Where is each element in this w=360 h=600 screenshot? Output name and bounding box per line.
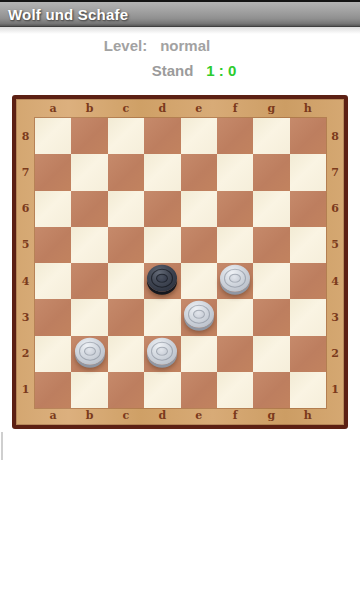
app-title: Wolf und Schafe (8, 6, 128, 23)
square-c5[interactable] (108, 227, 144, 263)
square-b1[interactable] (71, 372, 107, 408)
scroll-artifact (1, 432, 3, 460)
ranks-right: 87654321 (326, 118, 344, 408)
square-c8[interactable] (108, 118, 144, 154)
rank-label-1-left: 1 (16, 372, 35, 408)
square-f1[interactable] (217, 372, 253, 408)
file-label-d-bottom: d (144, 408, 180, 425)
score-value: 1 : 0 (206, 62, 236, 79)
level-label: Level: (104, 37, 147, 54)
piece-black-wolf-d4[interactable] (147, 265, 177, 292)
titlebar-shadow (0, 27, 360, 34)
square-e4[interactable] (181, 263, 217, 299)
square-d1[interactable] (144, 372, 180, 408)
square-h5[interactable] (290, 227, 326, 263)
square-f5[interactable] (217, 227, 253, 263)
square-d7[interactable] (144, 154, 180, 190)
square-h8[interactable] (290, 118, 326, 154)
file-label-a-top: a (35, 99, 71, 118)
rank-label-4-right: 4 (326, 263, 344, 299)
square-c7[interactable] (108, 154, 144, 190)
square-c6[interactable] (108, 191, 144, 227)
file-label-g-bottom: g (253, 408, 289, 425)
rank-label-7-left: 7 (16, 154, 35, 190)
square-e7[interactable] (181, 154, 217, 190)
rank-label-2-left: 2 (16, 336, 35, 372)
rank-label-7-right: 7 (326, 154, 344, 190)
square-a5[interactable] (35, 227, 71, 263)
rank-label-3-left: 3 (16, 299, 35, 335)
rank-label-8-left: 8 (16, 118, 35, 154)
file-label-f-top: f (217, 99, 253, 118)
files-top: abcdefgh (16, 99, 344, 118)
rank-label-6-left: 6 (16, 191, 35, 227)
square-h6[interactable] (290, 191, 326, 227)
square-d8[interactable] (144, 118, 180, 154)
square-a4[interactable] (35, 263, 71, 299)
file-label-f-bottom: f (217, 408, 253, 425)
square-f3[interactable] (217, 299, 253, 335)
square-f2[interactable] (217, 336, 253, 372)
level-value: normal (160, 37, 210, 54)
square-b8[interactable] (71, 118, 107, 154)
square-f7[interactable] (217, 154, 253, 190)
ranks-left: 87654321 (16, 118, 35, 408)
square-g8[interactable] (253, 118, 289, 154)
square-d3[interactable] (144, 299, 180, 335)
checkers-board: abcdefgh 87654321 87654321 abcdefgh (12, 95, 348, 429)
file-label-h-bottom: h (290, 408, 326, 425)
piece-white-sheep-b2[interactable] (75, 337, 105, 364)
file-label-b-bottom: b (71, 408, 107, 425)
file-label-b-top: b (71, 99, 107, 118)
square-h4[interactable] (290, 263, 326, 299)
square-g1[interactable] (253, 372, 289, 408)
square-a1[interactable] (35, 372, 71, 408)
file-label-c-top: c (108, 99, 144, 118)
square-e8[interactable] (181, 118, 217, 154)
file-label-g-top: g (253, 99, 289, 118)
file-label-e-top: e (181, 99, 217, 118)
rank-label-2-right: 2 (326, 336, 344, 372)
square-b4[interactable] (71, 263, 107, 299)
file-label-e-bottom: e (181, 408, 217, 425)
files-bottom: abcdefgh (16, 408, 344, 425)
square-h1[interactable] (290, 372, 326, 408)
square-g2[interactable] (253, 336, 289, 372)
rank-label-5-left: 5 (16, 227, 35, 263)
rank-label-6-right: 6 (326, 191, 344, 227)
square-e6[interactable] (181, 191, 217, 227)
rank-label-4-left: 4 (16, 263, 35, 299)
square-e5[interactable] (181, 227, 217, 263)
square-c3[interactable] (108, 299, 144, 335)
file-label-h-top: h (290, 99, 326, 118)
rank-label-8-right: 8 (326, 118, 344, 154)
square-a7[interactable] (35, 154, 71, 190)
piece-white-sheep-f4[interactable] (220, 265, 250, 292)
square-h2[interactable] (290, 336, 326, 372)
square-f6[interactable] (217, 191, 253, 227)
square-a8[interactable] (35, 118, 71, 154)
board-grid (35, 118, 326, 408)
square-d6[interactable] (144, 191, 180, 227)
square-d5[interactable] (144, 227, 180, 263)
square-g5[interactable] (253, 227, 289, 263)
square-a2[interactable] (35, 336, 71, 372)
square-g7[interactable] (253, 154, 289, 190)
square-g3[interactable] (253, 299, 289, 335)
square-b3[interactable] (71, 299, 107, 335)
score-row: Stand1 : 0 (14, 62, 360, 79)
square-e2[interactable] (181, 336, 217, 372)
square-b7[interactable] (71, 154, 107, 190)
level-row: Level:normal (0, 37, 337, 54)
rank-label-1-right: 1 (326, 372, 344, 408)
square-b5[interactable] (71, 227, 107, 263)
file-label-c-bottom: c (108, 408, 144, 425)
square-b6[interactable] (71, 191, 107, 227)
square-h3[interactable] (290, 299, 326, 335)
square-g6[interactable] (253, 191, 289, 227)
file-label-d-top: d (144, 99, 180, 118)
rank-label-3-right: 3 (326, 299, 344, 335)
square-f8[interactable] (217, 118, 253, 154)
app-screen: Wolf und Schafe Level:normal Stand1 : 0 … (0, 0, 360, 600)
file-label-a-bottom: a (35, 408, 71, 425)
square-c1[interactable] (108, 372, 144, 408)
square-c4[interactable] (108, 263, 144, 299)
piece-white-sheep-e3[interactable] (184, 301, 214, 328)
square-g4[interactable] (253, 263, 289, 299)
title-bar: Wolf und Schafe (0, 0, 360, 27)
score-label: Stand (152, 62, 194, 79)
square-e1[interactable] (181, 372, 217, 408)
square-a6[interactable] (35, 191, 71, 227)
piece-white-sheep-d2[interactable] (147, 337, 177, 364)
square-a3[interactable] (35, 299, 71, 335)
square-h7[interactable] (290, 154, 326, 190)
square-c2[interactable] (108, 336, 144, 372)
rank-label-5-right: 5 (326, 227, 344, 263)
